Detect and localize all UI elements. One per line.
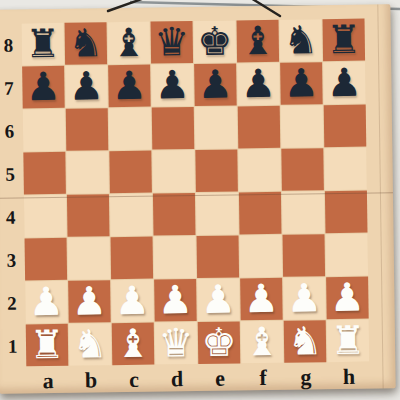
piece-white-queen: ♛: [158, 323, 194, 362]
square-h8[interactable]: ♜: [323, 19, 366, 62]
square-g4[interactable]: [282, 191, 325, 234]
piece-black-king: ♚: [197, 21, 233, 60]
rank-label-2: 2: [0, 281, 26, 324]
piece-black-rook: ♜: [25, 23, 61, 62]
rank-label-7: 7: [0, 66, 23, 109]
square-h3[interactable]: [326, 234, 369, 277]
square-g1[interactable]: ♞: [284, 320, 327, 363]
square-g6[interactable]: [281, 105, 324, 148]
piece-black-pawn: ♟: [198, 64, 234, 103]
piece-white-knight: ♞: [287, 321, 323, 360]
piece-black-knight: ♞: [283, 20, 319, 59]
square-f4[interactable]: [239, 192, 282, 235]
piece-black-pawn: ♟: [284, 63, 320, 102]
file-label-b: b: [69, 367, 112, 393]
square-f6[interactable]: [238, 106, 281, 149]
square-c8[interactable]: ♝: [108, 22, 151, 65]
square-h1[interactable]: ♜: [327, 320, 370, 363]
file-label-h: h: [327, 364, 370, 390]
square-a5[interactable]: [23, 152, 66, 195]
square-a8[interactable]: ♜: [22, 23, 65, 66]
file-label-a: a: [26, 368, 69, 394]
chess-board: 87654321 ♜♞♝♛♚♝♞♜♟♟♟♟♟♟♟♟♟♟♟♟♟♟♟♟♜♞♝♛♚♝♞…: [0, 4, 396, 393]
square-e4[interactable]: [196, 192, 239, 235]
square-a6[interactable]: [23, 109, 66, 152]
file-label-g: g: [284, 364, 327, 390]
square-c6[interactable]: [109, 108, 152, 151]
rank-label-1: 1: [0, 324, 26, 367]
file-label-f: f: [241, 365, 284, 391]
square-f7[interactable]: ♟: [237, 63, 280, 106]
piece-black-pawn: ♟: [26, 66, 62, 105]
file-label-d: d: [155, 366, 198, 392]
square-a2[interactable]: ♟: [25, 281, 68, 324]
square-f8[interactable]: ♝: [237, 20, 280, 63]
square-f3[interactable]: [240, 235, 283, 278]
piece-black-bishop: ♝: [111, 22, 147, 61]
square-b6[interactable]: [66, 108, 109, 151]
square-e8[interactable]: ♚: [194, 20, 237, 63]
square-a7[interactable]: ♟: [22, 66, 65, 109]
piece-white-rook: ♜: [29, 324, 65, 363]
square-a1[interactable]: ♜: [26, 324, 69, 367]
square-b8[interactable]: ♞: [65, 22, 108, 65]
square-d8[interactable]: ♛: [151, 21, 194, 64]
piece-white-bishop: ♝: [115, 323, 151, 362]
square-d6[interactable]: [152, 107, 195, 150]
square-a3[interactable]: [25, 238, 68, 281]
square-g3[interactable]: [283, 234, 326, 277]
wall-background: 87654321 ♜♞♝♛♚♝♞♜♟♟♟♟♟♟♟♟♟♟♟♟♟♟♟♟♜♞♝♛♚♝♞…: [0, 0, 400, 400]
square-e3[interactable]: [197, 235, 240, 278]
square-e2[interactable]: ♟: [197, 278, 240, 321]
square-e1[interactable]: ♚: [198, 321, 241, 364]
square-c7[interactable]: ♟: [108, 65, 151, 108]
square-d3[interactable]: [154, 236, 197, 279]
rank-label-5: 5: [0, 152, 24, 195]
rank-label-6: 6: [0, 109, 23, 152]
piece-black-knight: ♞: [68, 23, 104, 62]
piece-black-pawn: ♟: [155, 65, 191, 104]
piece-white-pawn: ♟: [29, 281, 65, 320]
square-b1[interactable]: ♞: [69, 323, 112, 366]
square-h4[interactable]: [325, 191, 368, 234]
file-label-e: e: [198, 365, 241, 391]
piece-white-pawn: ♟: [244, 278, 280, 317]
square-d7[interactable]: ♟: [151, 64, 194, 107]
piece-white-bishop: ♝: [244, 321, 280, 360]
square-d5[interactable]: [152, 150, 195, 193]
square-g8[interactable]: ♞: [280, 19, 323, 62]
piece-white-pawn: ♟: [158, 280, 194, 319]
square-d4[interactable]: [153, 193, 196, 236]
square-h5[interactable]: [324, 148, 367, 191]
piece-white-pawn: ♟: [330, 277, 366, 316]
piece-black-pawn: ♟: [327, 62, 363, 101]
square-a4[interactable]: [24, 195, 67, 238]
file-labels: abcdefgh: [26, 364, 370, 394]
square-c2[interactable]: ♟: [111, 280, 154, 323]
square-d2[interactable]: ♟: [154, 279, 197, 322]
board-edge-crease: [377, 4, 383, 388]
square-g7[interactable]: ♟: [280, 62, 323, 105]
piece-white-rook: ♜: [330, 320, 366, 359]
square-h2[interactable]: ♟: [326, 277, 369, 320]
square-b4[interactable]: [67, 194, 110, 237]
piece-white-pawn: ♟: [287, 278, 323, 317]
piece-white-pawn: ♟: [201, 279, 237, 318]
square-e5[interactable]: [195, 149, 238, 192]
piece-black-bishop: ♝: [240, 20, 276, 59]
piece-black-queen: ♛: [154, 22, 190, 61]
piece-white-king: ♚: [201, 322, 237, 361]
square-f2[interactable]: ♟: [240, 278, 283, 321]
square-g5[interactable]: [281, 148, 324, 191]
square-g2[interactable]: ♟: [283, 277, 326, 320]
square-h6[interactable]: [324, 105, 367, 148]
square-h7[interactable]: ♟: [323, 62, 366, 105]
square-e7[interactable]: ♟: [194, 63, 237, 106]
square-b7[interactable]: ♟: [65, 65, 108, 108]
file-label-c: c: [112, 367, 155, 393]
square-f1[interactable]: ♝: [241, 321, 284, 364]
square-b3[interactable]: [68, 237, 111, 280]
square-b5[interactable]: [66, 151, 109, 194]
square-e6[interactable]: [195, 106, 238, 149]
square-c1[interactable]: ♝: [112, 323, 155, 366]
rank-label-4: 4: [0, 195, 25, 238]
piece-black-pawn: ♟: [112, 65, 148, 104]
piece-white-knight: ♞: [72, 324, 108, 363]
piece-black-rook: ♜: [326, 19, 362, 58]
rank-label-8: 8: [0, 23, 22, 66]
piece-white-pawn: ♟: [115, 280, 151, 319]
square-d1[interactable]: ♛: [155, 322, 198, 365]
square-c4[interactable]: [110, 194, 153, 237]
rank-label-3: 3: [0, 238, 25, 281]
piece-black-pawn: ♟: [241, 63, 277, 102]
square-b2[interactable]: ♟: [68, 280, 111, 323]
square-c3[interactable]: [111, 237, 154, 280]
piece-white-pawn: ♟: [72, 281, 108, 320]
square-f5[interactable]: [238, 149, 281, 192]
piece-black-pawn: ♟: [69, 66, 105, 105]
square-c5[interactable]: [109, 151, 152, 194]
